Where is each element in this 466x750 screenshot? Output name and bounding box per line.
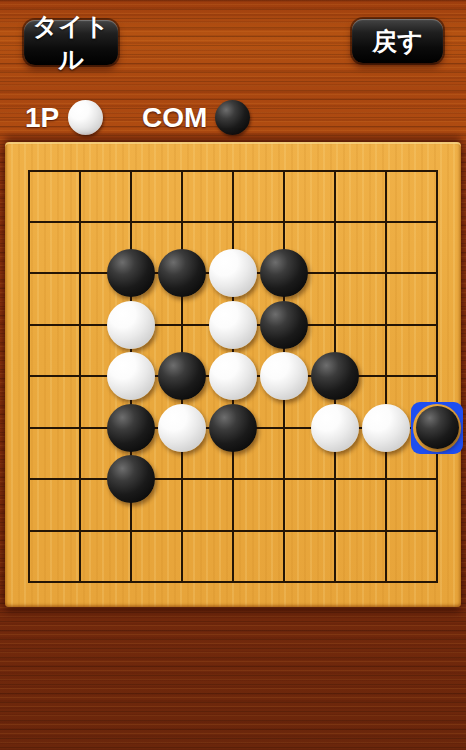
black-stone <box>158 352 206 400</box>
player1-white-stone-icon <box>68 100 103 135</box>
black-stone <box>311 352 359 400</box>
white-stone <box>260 352 308 400</box>
black-stone <box>107 455 155 503</box>
white-stone <box>209 301 257 349</box>
black-stone <box>107 404 155 452</box>
com-label: COM <box>142 100 207 135</box>
board-grid-hline <box>28 581 439 583</box>
go-board[interactable] <box>5 142 461 607</box>
com-black-stone-icon <box>215 100 250 135</box>
white-stone <box>209 249 257 297</box>
white-stone <box>311 404 359 452</box>
white-stone <box>158 404 206 452</box>
player1-label: 1P <box>25 100 59 135</box>
black-stone <box>260 249 308 297</box>
black-stone <box>107 249 155 297</box>
board-grid-vline <box>436 170 438 584</box>
black-stone <box>209 404 257 452</box>
board-grid-hline <box>28 478 439 480</box>
title-button[interactable]: タイトル <box>24 20 118 65</box>
white-stone <box>107 301 155 349</box>
black-stone <box>260 301 308 349</box>
board-grid-vline <box>385 170 387 584</box>
board-grid-hline <box>28 530 439 532</box>
white-stone <box>107 352 155 400</box>
black-stone <box>416 406 459 449</box>
white-stone <box>209 352 257 400</box>
white-stone <box>362 404 410 452</box>
undo-button[interactable]: 戻す <box>352 19 443 63</box>
black-stone <box>158 249 206 297</box>
